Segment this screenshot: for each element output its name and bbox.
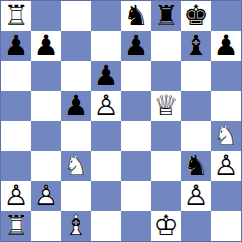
square-h8[interactable] [211,1,241,31]
white-queen: ♛♕ [151,91,181,121]
black-pawn: ♙♟ [1,31,31,61]
square-c4[interactable] [61,121,91,151]
square-g5[interactable] [181,91,211,121]
square-e4[interactable] [121,121,151,151]
black-piece-outline-layer: ♟ [121,31,151,61]
white-piece-outline-layer: ♙ [91,91,121,121]
black-piece-outline-layer: ♟ [211,31,241,61]
square-f6[interactable] [151,61,181,91]
square-e8[interactable]: ♘♞ [121,1,151,31]
white-knight: ♞♘ [211,121,241,151]
square-f3[interactable] [151,151,181,181]
black-piece-outline-layer: ♞ [121,1,151,31]
black-bishop: ♗♝ [181,31,211,61]
white-bishop: ♝♗ [61,211,91,241]
white-piece-outline-layer: ♘ [211,121,241,151]
black-piece-outline-layer: ♝ [181,31,211,61]
square-d3[interactable] [91,151,121,181]
square-d2[interactable] [91,181,121,211]
square-b3[interactable] [31,151,61,181]
square-c1[interactable]: ♝♗ [61,211,91,241]
square-d8[interactable] [91,1,121,31]
square-g6[interactable] [181,61,211,91]
square-a3[interactable] [1,151,31,181]
square-c8[interactable] [61,1,91,31]
square-e3[interactable] [121,151,151,181]
square-f2[interactable] [151,181,181,211]
white-piece-outline-layer: ♙ [1,181,31,211]
square-g4[interactable] [181,121,211,151]
square-c5[interactable]: ♙♟ [61,91,91,121]
white-piece-outline-layer: ♘ [61,151,91,181]
black-pawn: ♙♟ [211,31,241,61]
square-h5[interactable] [211,91,241,121]
square-c2[interactable] [61,181,91,211]
black-piece-outline-layer: ♜ [151,1,181,31]
black-piece-outline-layer: ♚ [181,1,211,31]
square-c7[interactable] [61,31,91,61]
square-d1[interactable] [91,211,121,241]
square-b1[interactable] [31,211,61,241]
square-h6[interactable] [211,61,241,91]
square-f7[interactable] [151,31,181,61]
black-pawn: ♙♟ [91,61,121,91]
square-d4[interactable] [91,121,121,151]
black-piece-outline-layer: ♟ [31,31,61,61]
white-piece-outline-layer: ♙ [31,181,61,211]
square-f5[interactable]: ♛♕ [151,91,181,121]
square-a6[interactable] [1,61,31,91]
square-d7[interactable] [91,31,121,61]
white-king: ♚♔ [151,211,181,241]
square-b4[interactable] [31,121,61,151]
square-b8[interactable] [31,1,61,31]
square-b7[interactable]: ♙♟ [31,31,61,61]
square-f1[interactable]: ♚♔ [151,211,181,241]
white-piece-outline-layer: ♙ [211,151,241,181]
square-b6[interactable] [31,61,61,91]
black-pawn: ♙♟ [121,31,151,61]
white-rook: ♜♖ [1,211,31,241]
black-pawn: ♙♟ [31,31,61,61]
white-piece-outline-layer: ♕ [151,91,181,121]
square-h4[interactable]: ♞♘ [211,121,241,151]
white-knight: ♞♘ [61,151,91,181]
square-a4[interactable] [1,121,31,151]
chess-board: ♜♖♘♞♖♜♔♚♙♟♙♟♙♟♗♝♙♟♙♟♙♟♟♙♛♕♞♘♞♘♘♞♟♙♟♙♟♙♟♙… [0,0,242,242]
black-piece-outline-layer: ♞ [181,151,211,181]
square-e2[interactable] [121,181,151,211]
black-piece-outline-layer: ♟ [1,31,31,61]
square-f8[interactable]: ♖♜ [151,1,181,31]
black-pawn: ♙♟ [61,91,91,121]
square-a5[interactable] [1,91,31,121]
white-pawn: ♟♙ [181,181,211,211]
black-king: ♔♚ [181,1,211,31]
white-piece-outline-layer: ♔ [151,211,181,241]
black-piece-outline-layer: ♟ [91,61,121,91]
square-e6[interactable] [121,61,151,91]
square-e5[interactable] [121,91,151,121]
square-h2[interactable] [211,181,241,211]
square-d5[interactable]: ♟♙ [91,91,121,121]
square-e7[interactable]: ♙♟ [121,31,151,61]
square-g7[interactable]: ♗♝ [181,31,211,61]
square-e1[interactable] [121,211,151,241]
square-g1[interactable] [181,211,211,241]
square-b2[interactable]: ♟♙ [31,181,61,211]
white-piece-outline-layer: ♗ [61,211,91,241]
square-h1[interactable] [211,211,241,241]
square-c6[interactable] [61,61,91,91]
square-f4[interactable] [151,121,181,151]
black-knight: ♘♞ [181,151,211,181]
square-g8[interactable]: ♔♚ [181,1,211,31]
square-a7[interactable]: ♙♟ [1,31,31,61]
square-g3[interactable]: ♘♞ [181,151,211,181]
chess-board-grid: ♜♖♘♞♖♜♔♚♙♟♙♟♙♟♗♝♙♟♙♟♙♟♟♙♛♕♞♘♞♘♘♞♟♙♟♙♟♙♟♙… [1,1,241,241]
white-piece-outline-layer: ♙ [181,181,211,211]
white-pawn: ♟♙ [31,181,61,211]
square-h3[interactable]: ♟♙ [211,151,241,181]
white-piece-outline-layer: ♖ [1,211,31,241]
square-d6[interactable]: ♙♟ [91,61,121,91]
square-c3[interactable]: ♞♘ [61,151,91,181]
white-pawn: ♟♙ [211,151,241,181]
square-a1[interactable]: ♜♖ [1,211,31,241]
square-b5[interactable] [31,91,61,121]
black-knight: ♘♞ [121,1,151,31]
black-piece-outline-layer: ♟ [61,91,91,121]
white-pawn: ♟♙ [1,181,31,211]
square-h7[interactable]: ♙♟ [211,31,241,61]
white-rook: ♜♖ [1,1,31,31]
white-piece-outline-layer: ♖ [1,1,31,31]
white-pawn: ♟♙ [91,91,121,121]
black-rook: ♖♜ [151,1,181,31]
square-a8[interactable]: ♜♖ [1,1,31,31]
square-g2[interactable]: ♟♙ [181,181,211,211]
square-a2[interactable]: ♟♙ [1,181,31,211]
